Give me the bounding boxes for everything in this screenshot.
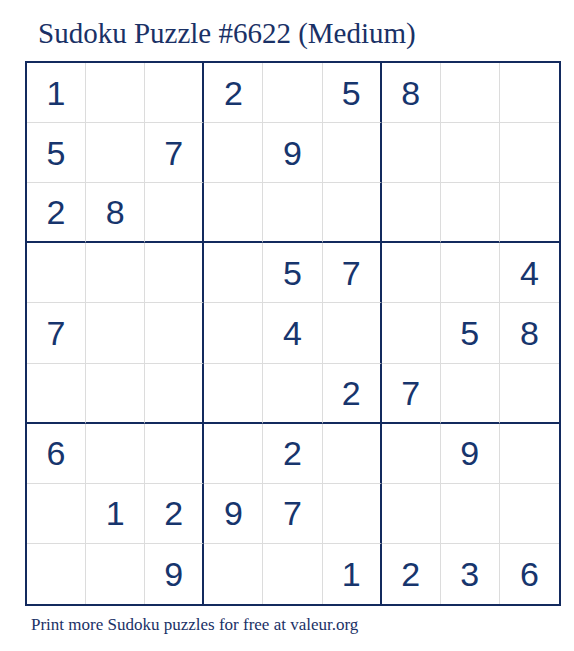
cell-r6c4[interactable] xyxy=(204,364,263,424)
cell-r6c3[interactable] xyxy=(145,364,204,424)
cell-r2c3[interactable]: 7 xyxy=(145,123,204,183)
cell-r4c7[interactable] xyxy=(382,243,441,303)
cell-r9c4[interactable] xyxy=(204,544,263,604)
cell-r8c9[interactable] xyxy=(500,484,559,544)
sudoku-grid: 125857928574745827629129791236 xyxy=(25,61,561,606)
cell-r6c2[interactable] xyxy=(86,364,145,424)
cell-r3c6[interactable] xyxy=(323,183,382,243)
cell-r3c2[interactable]: 8 xyxy=(86,183,145,243)
cell-r9c6[interactable]: 1 xyxy=(323,544,382,604)
cell-r6c9[interactable] xyxy=(500,364,559,424)
cell-r1c3[interactable] xyxy=(145,63,204,123)
cell-r4c5[interactable]: 5 xyxy=(263,243,322,303)
cell-r9c8[interactable]: 3 xyxy=(441,544,500,604)
cell-r9c3[interactable]: 9 xyxy=(145,544,204,604)
cell-r1c8[interactable] xyxy=(441,63,500,123)
cell-r7c8[interactable]: 9 xyxy=(441,424,500,484)
cell-r3c4[interactable] xyxy=(204,183,263,243)
cell-r3c9[interactable] xyxy=(500,183,559,243)
cell-r1c1[interactable]: 1 xyxy=(27,63,86,123)
cell-r4c9[interactable]: 4 xyxy=(500,243,559,303)
page-title: Sudoku Puzzle #6622 (Medium) xyxy=(38,19,416,48)
cell-r5c8[interactable]: 5 xyxy=(441,303,500,363)
cell-r9c5[interactable] xyxy=(263,544,322,604)
cell-r9c1[interactable] xyxy=(27,544,86,604)
cell-r5c6[interactable] xyxy=(323,303,382,363)
cell-r7c3[interactable] xyxy=(145,424,204,484)
cell-r1c4[interactable]: 2 xyxy=(204,63,263,123)
cell-r4c2[interactable] xyxy=(86,243,145,303)
cell-r2c6[interactable] xyxy=(323,123,382,183)
cell-r2c7[interactable] xyxy=(382,123,441,183)
cell-r5c1[interactable]: 7 xyxy=(27,303,86,363)
cell-r6c7[interactable]: 7 xyxy=(382,364,441,424)
footer-text: Print more Sudoku puzzles for free at va… xyxy=(31,614,358,636)
cell-r9c7[interactable]: 2 xyxy=(382,544,441,604)
cell-r4c1[interactable] xyxy=(27,243,86,303)
cell-r5c7[interactable] xyxy=(382,303,441,363)
cell-r6c1[interactable] xyxy=(27,364,86,424)
cell-r3c3[interactable] xyxy=(145,183,204,243)
cell-r4c8[interactable] xyxy=(441,243,500,303)
cell-r1c5[interactable] xyxy=(263,63,322,123)
cell-r2c4[interactable] xyxy=(204,123,263,183)
cell-r1c2[interactable] xyxy=(86,63,145,123)
cell-r8c5[interactable]: 7 xyxy=(263,484,322,544)
cell-r3c7[interactable] xyxy=(382,183,441,243)
cell-r6c6[interactable]: 2 xyxy=(323,364,382,424)
cell-r2c9[interactable] xyxy=(500,123,559,183)
cell-r4c6[interactable]: 7 xyxy=(323,243,382,303)
cell-r2c2[interactable] xyxy=(86,123,145,183)
cell-r7c1[interactable]: 6 xyxy=(27,424,86,484)
cell-r8c2[interactable]: 1 xyxy=(86,484,145,544)
cell-r8c1[interactable] xyxy=(27,484,86,544)
cell-r8c8[interactable] xyxy=(441,484,500,544)
cell-r8c3[interactable]: 2 xyxy=(145,484,204,544)
cell-r7c6[interactable] xyxy=(323,424,382,484)
cell-r1c9[interactable] xyxy=(500,63,559,123)
cell-r1c6[interactable]: 5 xyxy=(323,63,382,123)
cell-r2c5[interactable]: 9 xyxy=(263,123,322,183)
cell-r7c2[interactable] xyxy=(86,424,145,484)
cell-r7c9[interactable] xyxy=(500,424,559,484)
cell-r5c3[interactable] xyxy=(145,303,204,363)
cell-r6c5[interactable] xyxy=(263,364,322,424)
cell-r5c9[interactable]: 8 xyxy=(500,303,559,363)
cell-r2c8[interactable] xyxy=(441,123,500,183)
cell-r7c4[interactable] xyxy=(204,424,263,484)
cell-r1c7[interactable]: 8 xyxy=(382,63,441,123)
cell-r2c1[interactable]: 5 xyxy=(27,123,86,183)
cell-r7c5[interactable]: 2 xyxy=(263,424,322,484)
cell-r5c4[interactable] xyxy=(204,303,263,363)
cell-r9c2[interactable] xyxy=(86,544,145,604)
cell-r9c9[interactable]: 6 xyxy=(500,544,559,604)
cell-r6c8[interactable] xyxy=(441,364,500,424)
cell-r3c5[interactable] xyxy=(263,183,322,243)
cell-r8c4[interactable]: 9 xyxy=(204,484,263,544)
cell-r3c1[interactable]: 2 xyxy=(27,183,86,243)
cell-r4c3[interactable] xyxy=(145,243,204,303)
cell-r5c2[interactable] xyxy=(86,303,145,363)
cell-r7c7[interactable] xyxy=(382,424,441,484)
cell-r8c6[interactable] xyxy=(323,484,382,544)
cell-r3c8[interactable] xyxy=(441,183,500,243)
cell-r8c7[interactable] xyxy=(382,484,441,544)
cell-r4c4[interactable] xyxy=(204,243,263,303)
cell-r5c5[interactable]: 4 xyxy=(263,303,322,363)
